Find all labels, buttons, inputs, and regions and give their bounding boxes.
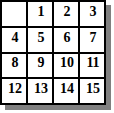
tile-number: 13 [34, 82, 48, 96]
tile-10[interactable]: 10 [54, 54, 78, 78]
tile-14[interactable]: 14 [54, 79, 78, 103]
tile-6[interactable]: 6 [54, 28, 78, 52]
tile-number: 2 [64, 5, 71, 19]
tile-11[interactable]: 11 [80, 54, 104, 78]
tile-9[interactable]: 9 [28, 54, 52, 78]
tile-8[interactable]: 8 [2, 54, 26, 78]
tile-3[interactable]: 3 [80, 2, 104, 26]
tile-number: 1 [38, 5, 45, 19]
tile-5[interactable]: 5 [28, 28, 52, 52]
empty-cell [2, 2, 26, 26]
tile-number: 8 [12, 56, 19, 70]
tile-15[interactable]: 15 [80, 79, 104, 103]
tile-12[interactable]: 12 [2, 79, 26, 103]
tile-number: 12 [8, 82, 22, 96]
tile-number: 15 [86, 82, 100, 96]
tile-4[interactable]: 4 [2, 28, 26, 52]
tile-number: 9 [38, 56, 45, 70]
puzzle-board: 123456789101112131415 [0, 0, 106, 105]
tile-1[interactable]: 1 [28, 2, 52, 26]
tile-number: 14 [60, 82, 74, 96]
tile-number: 11 [86, 56, 99, 70]
puzzle-window: 123456789101112131415 [0, 0, 114, 113]
tile-13[interactable]: 13 [28, 79, 52, 103]
tile-number: 3 [90, 5, 97, 19]
tile-number: 7 [90, 31, 97, 45]
tile-7[interactable]: 7 [80, 28, 104, 52]
tile-number: 10 [60, 56, 74, 70]
tile-number: 4 [12, 31, 19, 45]
tile-number: 5 [38, 31, 45, 45]
tile-2[interactable]: 2 [54, 2, 78, 26]
tile-number: 6 [64, 31, 71, 45]
